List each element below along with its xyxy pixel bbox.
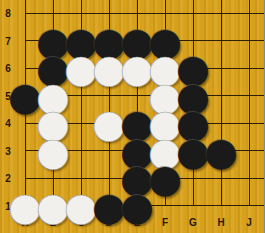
grid-line-horizontal [25,13,265,14]
row-label-4: 4 [0,118,16,129]
row-label-2: 2 [0,173,16,184]
column-label-j: J [246,217,252,229]
row-label-8: 8 [0,8,16,19]
row-label-7: 7 [0,35,16,46]
row-label-3: 3 [0,145,16,156]
go-app-screenshot: 87654321ABCDEFGHJ●●●●●●●●●●●●●●●●●●●●●●●… [0,0,264,233]
black-stone-h3[interactable]: ● [204,131,238,170]
go-board[interactable]: 87654321ABCDEFGHJ●●●●●●●●●●●●●●●●●●●●●●●… [0,0,264,233]
grid-line-vertical [221,0,222,206]
row-label-6: 6 [0,63,16,74]
black-stone-e1[interactable]: ● [120,186,154,225]
column-label-g: G [189,217,197,229]
column-label-f: F [162,217,168,229]
white-stone-b3[interactable]: ● [36,131,70,170]
column-label-h: H [217,217,224,229]
grid-line-vertical [249,0,250,206]
